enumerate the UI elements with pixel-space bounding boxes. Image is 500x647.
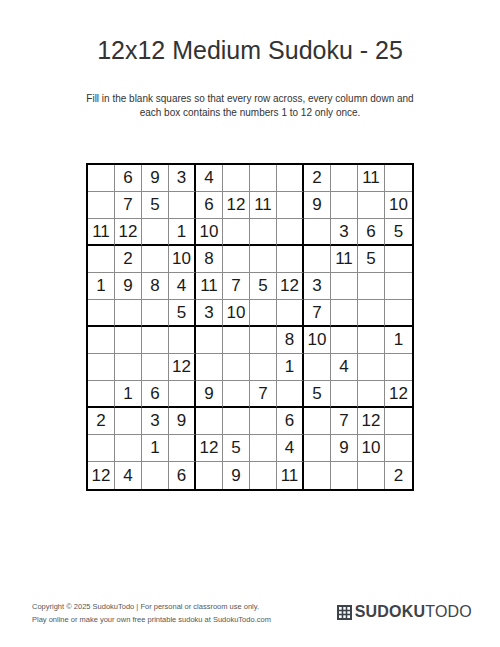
cell-r3c6 [223,219,250,246]
cell-r6c7 [250,300,277,327]
sudokutodo-logo: SUDOKUTODO [337,602,472,622]
cell-r2c5: 6 [196,192,223,219]
cell-r8c7 [250,354,277,381]
cell-r8c10: 4 [331,354,358,381]
cell-r8c1 [88,354,115,381]
cell-r4c3 [142,246,169,273]
cell-r3c11: 6 [358,219,385,246]
cell-r7c6 [223,327,250,354]
cell-r11c6: 5 [223,435,250,462]
cell-r3c2: 12 [115,219,142,246]
cell-r12c11 [358,462,385,489]
cell-r4c11: 5 [358,246,385,273]
cell-r1c5: 4 [196,165,223,192]
cell-r10c4: 9 [169,408,196,435]
cell-r6c6: 10 [223,300,250,327]
cell-r12c2: 4 [115,462,142,489]
cell-r12c7 [250,462,277,489]
cell-r5c8: 12 [277,273,304,300]
cell-r7c7 [250,327,277,354]
logo-text-bold: SUDOKU [355,603,426,621]
cell-r11c2 [115,435,142,462]
cell-r10c7 [250,408,277,435]
cell-r7c3 [142,327,169,354]
cell-r1c7 [250,165,277,192]
cell-r3c10: 3 [331,219,358,246]
cell-r7c12: 1 [385,327,412,354]
cell-r11c5: 12 [196,435,223,462]
cell-r9c3: 6 [142,381,169,408]
cell-r12c10 [331,462,358,489]
cell-r4c9 [304,246,331,273]
cell-r2c11 [358,192,385,219]
cell-r9c9: 5 [304,381,331,408]
instructions-line-1: Fill in the blank squares so that every … [0,92,500,106]
cell-r9c5: 9 [196,381,223,408]
cell-r9c10 [331,381,358,408]
cell-r9c7: 7 [250,381,277,408]
cell-r9c2: 1 [115,381,142,408]
cell-r10c8: 6 [277,408,304,435]
cell-r8c8: 1 [277,354,304,381]
cell-r8c9 [304,354,331,381]
cell-r7c1 [88,327,115,354]
cell-r9c4 [169,381,196,408]
cell-r7c5 [196,327,223,354]
cell-r11c12 [385,435,412,462]
cell-r1c2: 6 [115,165,142,192]
cell-r8c6 [223,354,250,381]
logo-text-light: TODO [425,603,472,621]
cell-r6c4: 5 [169,300,196,327]
cell-r3c7 [250,219,277,246]
cell-r2c12: 10 [385,192,412,219]
cell-r12c1: 12 [88,462,115,489]
cell-r8c2 [115,354,142,381]
cell-r11c7 [250,435,277,462]
cell-r5c1: 1 [88,273,115,300]
cell-r1c3: 9 [142,165,169,192]
grid-icon [337,605,355,620]
cell-r5c10 [331,273,358,300]
cell-r7c10 [331,327,358,354]
cell-r3c12: 5 [385,219,412,246]
cell-r11c8: 4 [277,435,304,462]
cell-r12c4: 6 [169,462,196,489]
cell-r4c8 [277,246,304,273]
cell-r1c11: 11 [358,165,385,192]
cell-r12c8: 11 [277,462,304,489]
cell-r8c11 [358,354,385,381]
cell-r8c3 [142,354,169,381]
cell-r4c7 [250,246,277,273]
cell-r3c4: 1 [169,219,196,246]
cell-r1c1 [88,165,115,192]
cell-r11c1 [88,435,115,462]
cell-r7c9: 10 [304,327,331,354]
cell-r9c8 [277,381,304,408]
cell-r10c6 [223,408,250,435]
cell-r4c4: 10 [169,246,196,273]
cell-r3c3 [142,219,169,246]
cell-r2c4 [169,192,196,219]
sudoku-board: 6934211756121191011121103652108115198411… [86,163,414,491]
cell-r12c6: 9 [223,462,250,489]
cell-r11c11: 10 [358,435,385,462]
cell-r5c2: 9 [115,273,142,300]
cell-r3c8 [277,219,304,246]
copyright-line-2: Play online or make your own free printa… [32,614,271,627]
cell-r11c4 [169,435,196,462]
instructions: Fill in the blank squares so that every … [0,92,500,119]
cell-r2c6: 12 [223,192,250,219]
cell-r2c10 [331,192,358,219]
cell-r9c1 [88,381,115,408]
cell-r9c12: 12 [385,381,412,408]
cell-r10c10: 7 [331,408,358,435]
copyright-line-1: Copyright © 2025 SudokuTodo | For person… [32,601,271,614]
cell-r3c1: 11 [88,219,115,246]
cell-r4c10: 11 [331,246,358,273]
cell-r5c5: 11 [196,273,223,300]
cell-r1c9: 2 [304,165,331,192]
cell-r8c4: 12 [169,354,196,381]
cell-r9c6 [223,381,250,408]
cell-r10c9 [304,408,331,435]
cell-r10c11: 12 [358,408,385,435]
cell-r3c9 [304,219,331,246]
cell-r1c10 [331,165,358,192]
cell-r6c12 [385,300,412,327]
cell-r5c11 [358,273,385,300]
cell-r8c5 [196,354,223,381]
cell-r4c1 [88,246,115,273]
cell-r6c3 [142,300,169,327]
cell-r12c5 [196,462,223,489]
cell-r6c2 [115,300,142,327]
cell-r6c10 [331,300,358,327]
cell-r10c3: 3 [142,408,169,435]
cell-r9c11 [358,381,385,408]
footer-copyright: Copyright © 2025 SudokuTodo | For person… [32,601,271,626]
cell-r10c5 [196,408,223,435]
cell-r6c8 [277,300,304,327]
cell-r3c5: 10 [196,219,223,246]
cell-r12c12: 2 [385,462,412,489]
cell-r11c3: 1 [142,435,169,462]
cell-r4c6 [223,246,250,273]
cell-r12c3 [142,462,169,489]
cell-r6c11 [358,300,385,327]
cell-r7c4 [169,327,196,354]
cell-r1c4: 3 [169,165,196,192]
cell-r7c8: 8 [277,327,304,354]
cell-r7c11 [358,327,385,354]
cell-r10c1: 2 [88,408,115,435]
cell-r1c6 [223,165,250,192]
cell-r4c2: 2 [115,246,142,273]
cell-r5c9: 3 [304,273,331,300]
instructions-line-2: each box contains the numbers 1 to 12 on… [0,106,500,120]
cell-r11c10: 9 [331,435,358,462]
cell-r2c7: 11 [250,192,277,219]
cell-r6c1 [88,300,115,327]
cell-r11c9 [304,435,331,462]
cell-r5c3: 8 [142,273,169,300]
cell-r10c12 [385,408,412,435]
cell-r6c9: 7 [304,300,331,327]
cell-r10c2 [115,408,142,435]
cell-r4c12 [385,246,412,273]
cell-r6c5: 3 [196,300,223,327]
cell-r1c8 [277,165,304,192]
cell-r2c1 [88,192,115,219]
cell-r8c12 [385,354,412,381]
cell-r5c7: 5 [250,273,277,300]
cell-r1c12 [385,165,412,192]
cell-r2c8 [277,192,304,219]
cell-r2c3: 5 [142,192,169,219]
cell-r12c9 [304,462,331,489]
cell-r5c6: 7 [223,273,250,300]
cell-r5c12 [385,273,412,300]
cell-r4c5: 8 [196,246,223,273]
cell-r7c2 [115,327,142,354]
cell-r5c4: 4 [169,273,196,300]
page-title: 12x12 Medium Sudoku - 25 [0,36,500,65]
cell-r2c9: 9 [304,192,331,219]
cell-r2c2: 7 [115,192,142,219]
